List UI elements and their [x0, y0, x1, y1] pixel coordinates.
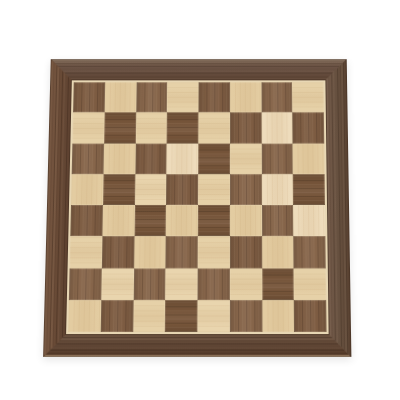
square-h3[interactable] [294, 236, 326, 268]
square-a1[interactable] [68, 300, 101, 332]
square-e5[interactable] [198, 174, 230, 205]
square-g2[interactable] [262, 268, 294, 300]
square-e7[interactable] [198, 113, 229, 144]
square-f6[interactable] [230, 143, 262, 174]
square-d2[interactable] [165, 268, 197, 300]
square-g1[interactable] [262, 300, 294, 332]
square-b2[interactable] [101, 268, 134, 300]
square-f5[interactable] [230, 174, 262, 205]
square-b3[interactable] [102, 236, 134, 268]
board-inlay-border [66, 80, 329, 334]
square-g3[interactable] [262, 236, 294, 268]
square-f1[interactable] [230, 300, 262, 332]
square-h7[interactable] [293, 113, 325, 144]
square-g8[interactable] [261, 82, 292, 112]
square-a7[interactable] [72, 113, 104, 144]
square-c2[interactable] [133, 268, 165, 300]
square-c4[interactable] [134, 205, 166, 236]
square-h6[interactable] [293, 143, 325, 174]
square-b8[interactable] [104, 82, 136, 112]
square-e6[interactable] [198, 143, 230, 174]
square-c1[interactable] [133, 300, 166, 332]
frame-rail-top [50, 59, 347, 80]
square-g7[interactable] [261, 113, 293, 144]
square-d3[interactable] [166, 236, 198, 268]
square-b5[interactable] [103, 174, 135, 205]
square-a6[interactable] [72, 143, 104, 174]
square-b4[interactable] [102, 205, 134, 236]
square-a8[interactable] [73, 82, 105, 112]
square-f2[interactable] [230, 268, 262, 300]
board-scene [47, 56, 349, 354]
square-f4[interactable] [230, 205, 262, 236]
square-f8[interactable] [230, 82, 261, 112]
chess-board [43, 59, 351, 357]
square-d1[interactable] [165, 300, 197, 332]
square-h5[interactable] [293, 174, 325, 205]
square-h4[interactable] [293, 205, 325, 236]
square-b7[interactable] [104, 113, 136, 144]
square-e4[interactable] [198, 205, 230, 236]
square-d6[interactable] [167, 143, 199, 174]
square-a2[interactable] [69, 268, 102, 300]
square-d5[interactable] [166, 174, 198, 205]
square-g6[interactable] [261, 143, 293, 174]
square-a3[interactable] [70, 236, 103, 268]
square-d7[interactable] [167, 113, 199, 144]
square-a4[interactable] [70, 205, 102, 236]
square-d8[interactable] [167, 82, 198, 112]
page-background [0, 0, 400, 400]
square-c7[interactable] [135, 113, 167, 144]
square-h2[interactable] [294, 268, 326, 300]
square-b6[interactable] [103, 143, 135, 174]
square-g4[interactable] [262, 205, 294, 236]
square-a5[interactable] [71, 174, 103, 205]
square-g5[interactable] [261, 174, 293, 205]
square-f7[interactable] [230, 113, 261, 144]
square-h8[interactable] [292, 82, 324, 112]
square-h1[interactable] [294, 300, 327, 332]
square-e1[interactable] [197, 300, 229, 332]
chess-board-grid [68, 82, 326, 332]
frame-rail-right [325, 59, 351, 357]
square-f3[interactable] [230, 236, 262, 268]
square-c6[interactable] [135, 143, 167, 174]
square-d4[interactable] [166, 205, 198, 236]
square-b1[interactable] [100, 300, 133, 332]
square-c8[interactable] [136, 82, 168, 112]
square-e3[interactable] [198, 236, 230, 268]
frame-rail-bottom [43, 334, 351, 357]
square-e8[interactable] [198, 82, 229, 112]
square-c3[interactable] [134, 236, 166, 268]
square-c5[interactable] [135, 174, 167, 205]
square-e2[interactable] [198, 268, 230, 300]
